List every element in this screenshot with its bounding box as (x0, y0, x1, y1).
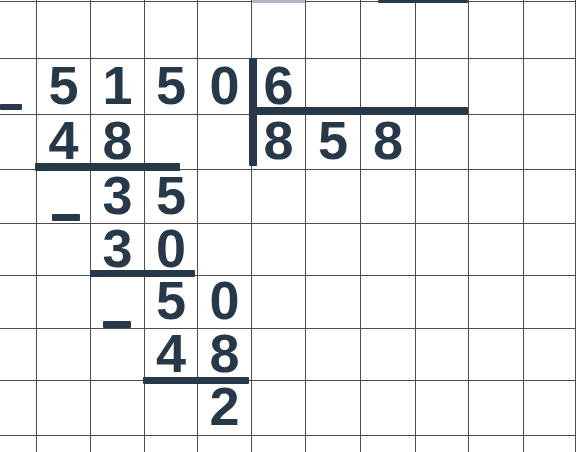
grid-cell (306, 436, 361, 452)
worked-digit: 5 (318, 113, 348, 167)
digit-cell: 5 (145, 170, 198, 224)
grid-cell (37, 381, 91, 436)
worked-digit: 1 (102, 58, 132, 112)
grid-cell (37, 224, 91, 276)
grid-cell (469, 224, 524, 276)
grid-cell (469, 170, 524, 224)
grid-cell (469, 329, 524, 381)
grid-cell (0, 381, 37, 436)
grid-cell (145, 436, 198, 452)
grid-cell (361, 329, 416, 381)
grid-cell (524, 329, 576, 381)
grid-cell (361, 436, 416, 452)
grid-cell (306, 224, 361, 276)
digit-cell: 5 (145, 59, 198, 115)
grid-cell (524, 59, 576, 115)
digit-cell: 1 (91, 59, 145, 115)
worked-digit: 8 (263, 113, 293, 167)
worked-digit: 5 (156, 58, 186, 112)
worked-digit: 3 (102, 168, 132, 222)
grid-cell (37, 436, 91, 452)
worked-digit: 3 (102, 221, 132, 275)
worked-digit: 8 (102, 113, 132, 167)
grid-cell (0, 2, 37, 59)
digit-cell: 6 (252, 59, 306, 115)
grid-cell (416, 59, 469, 115)
grid-cell (469, 115, 524, 170)
grid-cell (524, 115, 576, 170)
grid-cell (416, 276, 469, 329)
grid-cell (0, 115, 37, 170)
worked-digit: 4 (48, 113, 78, 167)
grid-cell (145, 381, 198, 436)
grid-cell (306, 381, 361, 436)
grid-cell (252, 2, 306, 59)
grid-cell (416, 329, 469, 381)
grid-cell (416, 170, 469, 224)
grid-cell (198, 115, 252, 170)
grid-cell (252, 170, 306, 224)
grid-cell (91, 2, 145, 59)
grid-cell (91, 276, 145, 329)
worked-digit: 6 (263, 58, 293, 112)
digit-cell: 0 (198, 59, 252, 115)
grid-cell (306, 329, 361, 381)
grid-cell (361, 276, 416, 329)
digit-cell: 5 (306, 115, 361, 170)
graph-paper-grid: 5150648858353050482 (0, 0, 576, 452)
digit-cell: 5 (145, 276, 198, 329)
grid-cell (361, 224, 416, 276)
grid-cell (361, 2, 416, 59)
grid-cell (306, 59, 361, 115)
worked-digit: 0 (209, 58, 239, 112)
grid-cell (198, 436, 252, 452)
grid-cell (524, 224, 576, 276)
digit-cell: 2 (198, 381, 252, 436)
worked-digit: 5 (156, 273, 186, 327)
grid-cell (0, 224, 37, 276)
grid-cell (306, 276, 361, 329)
grid-cell (469, 436, 524, 452)
grid-cell (361, 59, 416, 115)
grid-cell (37, 276, 91, 329)
grid-cell (0, 170, 37, 224)
grid-cell (91, 329, 145, 381)
grid-cell (37, 329, 91, 381)
worked-digit: 5 (156, 168, 186, 222)
grid-cell (37, 170, 91, 224)
grid-cell (524, 276, 576, 329)
grid-cell (252, 436, 306, 452)
grid-cell (306, 170, 361, 224)
digit-cell: 8 (252, 115, 306, 170)
digit-cell: 4 (145, 329, 198, 381)
grid-cell (91, 436, 145, 452)
grid-cell (469, 59, 524, 115)
digit-cell: 8 (198, 329, 252, 381)
worked-digit: 5 (48, 58, 78, 112)
digit-cell: 0 (198, 276, 252, 329)
worked-digit: 8 (373, 113, 403, 167)
digit-cell: 3 (91, 170, 145, 224)
grid-cell (198, 170, 252, 224)
grid-cell (361, 381, 416, 436)
digit-cell: 8 (361, 115, 416, 170)
grid-cell (37, 2, 91, 59)
grid-cell (416, 436, 469, 452)
worked-digit: 0 (156, 221, 186, 275)
grid-cell (91, 381, 145, 436)
digit-cell: 0 (145, 224, 198, 276)
grid-cell (252, 329, 306, 381)
worked-digit: 4 (156, 326, 186, 380)
grid-cell (145, 115, 198, 170)
grid-cell (198, 2, 252, 59)
grid-cell (361, 170, 416, 224)
digit-cell: 5 (37, 59, 91, 115)
grid-cell (0, 276, 37, 329)
grid-cell (416, 381, 469, 436)
worked-digit: 0 (209, 273, 239, 327)
grid-cell (524, 170, 576, 224)
long-division-worksheet: 5150648858353050482 (0, 0, 576, 452)
grid-cell (252, 381, 306, 436)
grid-cell (0, 59, 37, 115)
grid-cell (0, 436, 37, 452)
grid-cell (0, 329, 37, 381)
worked-digit: 8 (209, 326, 239, 380)
grid-cell (524, 2, 576, 59)
grid-cell (145, 2, 198, 59)
grid-cell (469, 2, 524, 59)
grid-cell (524, 436, 576, 452)
grid-cell (416, 2, 469, 59)
worked-digit: 2 (209, 379, 239, 433)
grid-cell (252, 276, 306, 329)
grid-cell (469, 276, 524, 329)
grid-cell (252, 224, 306, 276)
grid-cell (416, 224, 469, 276)
grid-cell (198, 224, 252, 276)
digit-cell: 4 (37, 115, 91, 170)
digit-cell: 3 (91, 224, 145, 276)
grid-cell (524, 381, 576, 436)
digit-cell: 8 (91, 115, 145, 170)
grid-cell (469, 381, 524, 436)
grid-cell (306, 2, 361, 59)
grid-cell (416, 115, 469, 170)
